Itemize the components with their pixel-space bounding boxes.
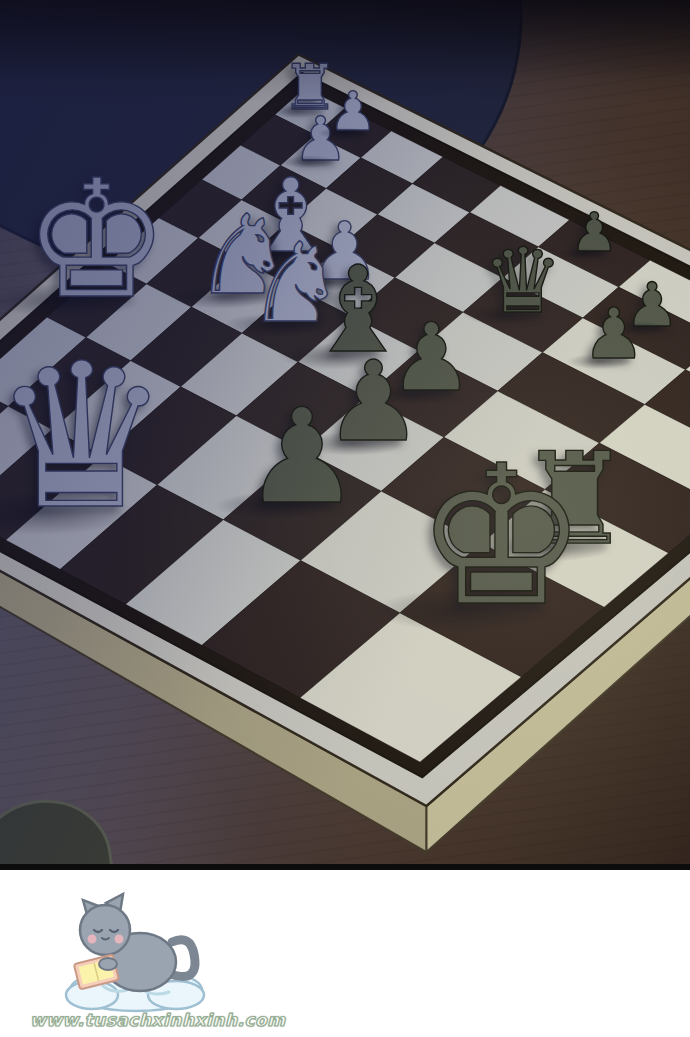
black-queen-f6: ♛ (482, 236, 563, 326)
comic-panel: { "game": { "name": "chess", "view": "ov… (0, 0, 690, 1037)
watermark-strip: www.tusachxinhxinh.com (0, 864, 690, 1037)
piece-shadow (317, 127, 368, 139)
black-king-h2: ♚ (415, 440, 588, 633)
black-pawn-g6: ♟ (582, 300, 645, 370)
white-king-a3: ♚ (24, 157, 170, 320)
piece-shadow (558, 248, 609, 260)
cat-mascot (48, 878, 228, 1018)
cat-head (80, 894, 130, 955)
piece-shadow (268, 104, 328, 118)
watermark-url: www.tusachxinhxinh.com (30, 1010, 285, 1030)
cat-paw (99, 958, 117, 970)
chess-pieces-layer: ♜♟♟♟♟♛♟♝♟♞♞♝♟♚♟♜♟♚♛ (0, 0, 690, 864)
white-queen-d1: ♛ (0, 337, 171, 537)
black-pawn-f2: ♟ (243, 390, 360, 521)
